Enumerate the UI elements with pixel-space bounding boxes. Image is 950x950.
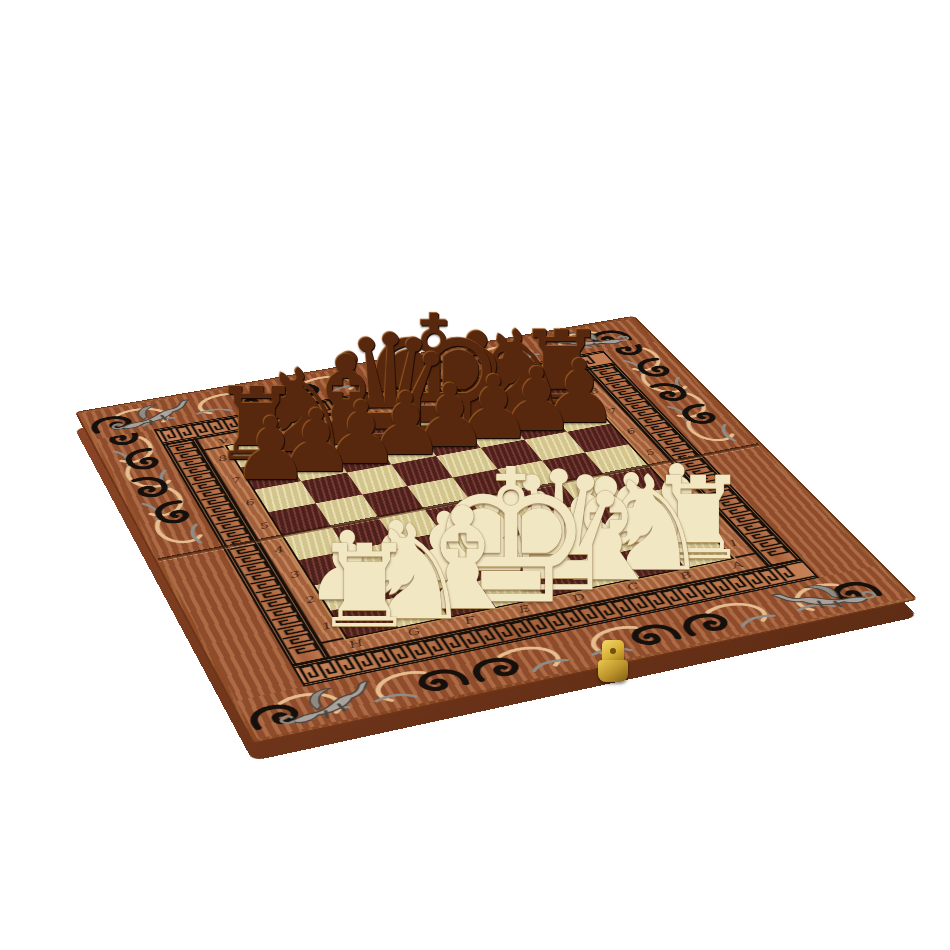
brass-clasp[interactable] bbox=[598, 640, 628, 686]
piece-black-pawn[interactable]: ♟ bbox=[232, 406, 310, 493]
coordinate-label: 4 bbox=[271, 546, 285, 555]
clasp-hook bbox=[598, 660, 628, 682]
coordinate-label: 6 bbox=[623, 428, 637, 436]
coordinate-label: 3 bbox=[286, 570, 300, 580]
clasp-pin bbox=[610, 648, 616, 654]
chess-case-scene: ABCDEFGH HGFEDCBA 87654321 87654321 ♜♞♝♛… bbox=[0, 0, 950, 950]
coordinate-label: 5 bbox=[257, 522, 271, 531]
piece-white-rook[interactable]: ♜ bbox=[313, 530, 415, 644]
